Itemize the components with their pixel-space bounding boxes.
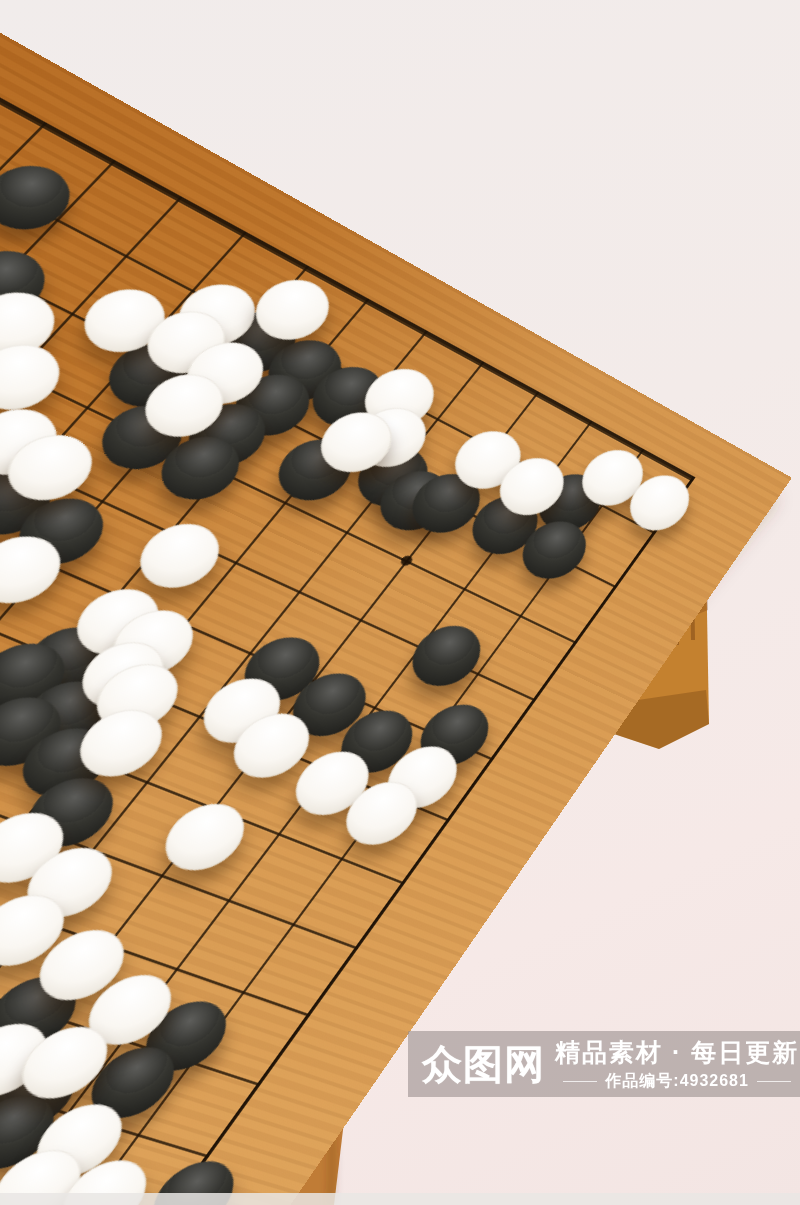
- watermark-text-block: 精品素材 · 每日更新 作品编号:4932681: [555, 1036, 800, 1092]
- watermark-rule-left: [563, 1081, 597, 1082]
- watermark-logo: 众图网: [408, 1037, 555, 1092]
- watermark-serial: 作品编号:4932681: [605, 1071, 749, 1092]
- watermark-serial-row: 作品编号:4932681: [555, 1071, 799, 1092]
- star-point: [399, 554, 415, 567]
- watermark-tagline: 精品素材 · 每日更新: [555, 1036, 799, 1069]
- watermark: 众图网 精品素材 · 每日更新 作品编号:4932681: [408, 1031, 800, 1097]
- watermark-rule-right: [757, 1081, 791, 1082]
- bottom-edge-strip: [0, 1193, 800, 1205]
- scene: 众图网 精品素材 · 每日更新 作品编号:4932681: [0, 0, 800, 1205]
